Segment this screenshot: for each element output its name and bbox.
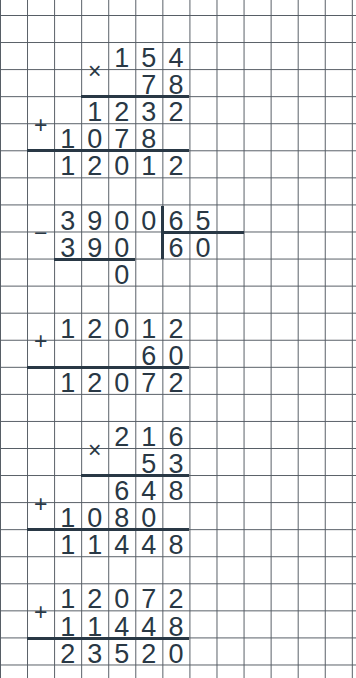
sum-bar-line bbox=[27, 637, 189, 640]
division-bracket-side-line bbox=[161, 206, 164, 258]
sum-bar-line bbox=[27, 366, 189, 369]
digit-cell: 1 bbox=[135, 153, 162, 180]
digit-cell: 2 bbox=[108, 424, 135, 451]
subtraction-bar-line bbox=[54, 258, 135, 261]
digit-cell: 1 bbox=[81, 99, 108, 126]
digit-cell: 8 bbox=[162, 532, 189, 559]
digit-cell: 1 bbox=[54, 316, 81, 343]
digit-cell: 2 bbox=[162, 153, 189, 180]
digit-cell: 4 bbox=[135, 478, 162, 505]
digit-cell: 6 bbox=[162, 424, 189, 451]
digit-cell: 4 bbox=[108, 532, 135, 559]
division-bracket-top-line bbox=[162, 231, 243, 234]
digit-cell: 1 bbox=[135, 316, 162, 343]
plus-sign: + bbox=[27, 112, 54, 139]
digit-cell: 0 bbox=[108, 370, 135, 397]
digit-cell: 2 bbox=[81, 153, 108, 180]
digit-cell: 5 bbox=[135, 45, 162, 72]
digit-cell: 5 bbox=[108, 641, 135, 668]
digit-cell: 2 bbox=[162, 586, 189, 613]
digit-cell: 0 bbox=[189, 235, 216, 262]
plus-sign: + bbox=[27, 491, 54, 518]
digit-cell: 0 bbox=[135, 207, 162, 234]
sum-bar-line bbox=[27, 149, 189, 152]
digit-cell: 2 bbox=[81, 316, 108, 343]
digit-cell: 4 bbox=[162, 45, 189, 72]
digit-cell: 4 bbox=[135, 532, 162, 559]
digit-cell: 0 bbox=[108, 262, 135, 289]
digit-cell: 1 bbox=[135, 424, 162, 451]
times-sign: × bbox=[81, 437, 108, 464]
digit-cell: 0 bbox=[108, 316, 135, 343]
digit-cell: 3 bbox=[135, 99, 162, 126]
plus-sign: + bbox=[27, 599, 54, 626]
digit-cell: 2 bbox=[162, 370, 189, 397]
digit-cell: 0 bbox=[108, 207, 135, 234]
digit-cell: 0 bbox=[108, 153, 135, 180]
digit-cell: 2 bbox=[108, 99, 135, 126]
digit-cell: 2 bbox=[81, 370, 108, 397]
digit-cell: 2 bbox=[81, 586, 108, 613]
digit-cell: 1 bbox=[54, 532, 81, 559]
minus-sign: − bbox=[27, 220, 54, 247]
digit-cell: 7 bbox=[135, 370, 162, 397]
worksheet-grid: 1547812321078120123900653906001201260120… bbox=[0, 0, 356, 678]
digit-cell: 1 bbox=[108, 45, 135, 72]
digit-cell: 1 bbox=[81, 532, 108, 559]
digit-cell: 2 bbox=[135, 641, 162, 668]
digit-cell: 9 bbox=[81, 207, 108, 234]
digit-cell: 1 bbox=[54, 586, 81, 613]
digit-cell: 1 bbox=[54, 153, 81, 180]
digit-cell: 3 bbox=[54, 207, 81, 234]
digit-cell: 1 bbox=[54, 370, 81, 397]
digit-cell: 2 bbox=[162, 99, 189, 126]
digit-cell: 0 bbox=[108, 586, 135, 613]
plus-sign: + bbox=[27, 328, 54, 355]
digit-cell: 7 bbox=[135, 586, 162, 613]
times-sign: × bbox=[81, 58, 108, 85]
digit-cell: 3 bbox=[81, 641, 108, 668]
sum-bar-line bbox=[27, 528, 189, 531]
digit-cell: 2 bbox=[54, 641, 81, 668]
digit-cell: 2 bbox=[162, 316, 189, 343]
multiplication-bar-line bbox=[81, 95, 189, 98]
digit-cell: 0 bbox=[162, 641, 189, 668]
digit-cell: 6 bbox=[162, 235, 189, 262]
digit-cell: 6 bbox=[108, 478, 135, 505]
multiplication-bar-line bbox=[81, 474, 189, 477]
digit-cell: 8 bbox=[162, 478, 189, 505]
